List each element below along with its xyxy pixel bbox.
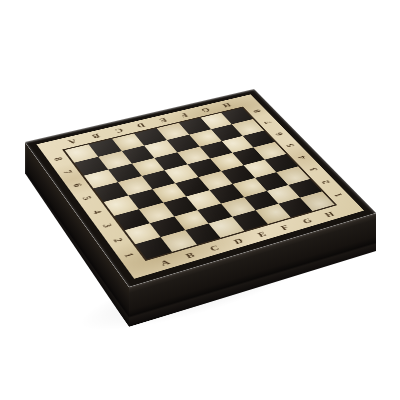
scene: AABBCCDDEEFFGGHH1122334455667788 — [0, 0, 400, 400]
